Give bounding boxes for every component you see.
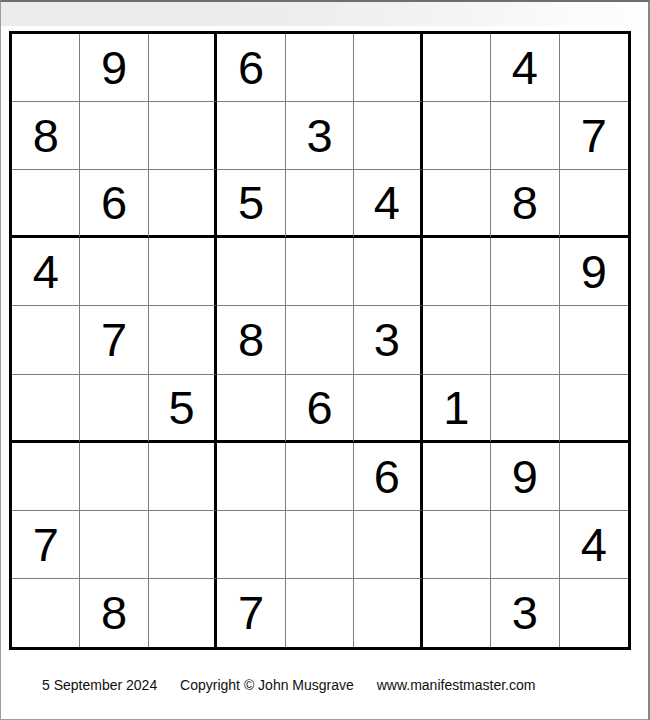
cell-r9c3 [149, 579, 217, 647]
cell-r6c9 [560, 375, 628, 443]
cell-r8c8 [491, 511, 559, 579]
cell-r7c3 [149, 443, 217, 511]
cell-r3c6: 4 [354, 170, 422, 238]
cell-r3c3 [149, 170, 217, 238]
cell-r1c8: 4 [491, 34, 559, 102]
cell-r8c2 [80, 511, 148, 579]
cell-r8c4 [217, 511, 285, 579]
cell-r9c7 [423, 579, 491, 647]
cell-r4c8 [491, 238, 559, 306]
cell-r8c5 [286, 511, 354, 579]
cell-r2c6 [354, 102, 422, 170]
cell-r7c4 [217, 443, 285, 511]
cell-r4c3 [149, 238, 217, 306]
cell-r7c9 [560, 443, 628, 511]
cell-r4c1: 4 [12, 238, 80, 306]
cell-r8c9: 4 [560, 511, 628, 579]
cell-r9c9 [560, 579, 628, 647]
cell-r1c2: 9 [80, 34, 148, 102]
cell-r7c7 [423, 443, 491, 511]
cell-r4c6 [354, 238, 422, 306]
cell-r5c5 [286, 306, 354, 374]
cell-r1c3 [149, 34, 217, 102]
footer-copyright: Copyright © John Musgrave [180, 677, 354, 693]
cell-r2c2 [80, 102, 148, 170]
cell-r7c1 [12, 443, 80, 511]
cell-r9c5 [286, 579, 354, 647]
cell-r4c9: 9 [560, 238, 628, 306]
cell-r1c1 [12, 34, 80, 102]
cell-r3c8: 8 [491, 170, 559, 238]
cell-r8c1: 7 [12, 511, 80, 579]
cell-r3c5 [286, 170, 354, 238]
cell-r7c8: 9 [491, 443, 559, 511]
cell-r4c7 [423, 238, 491, 306]
cell-r1c4: 6 [217, 34, 285, 102]
cell-r5c9 [560, 306, 628, 374]
cell-r3c9 [560, 170, 628, 238]
cell-r1c7 [423, 34, 491, 102]
cell-r1c5 [286, 34, 354, 102]
cell-r9c6 [354, 579, 422, 647]
footer-date: 5 September 2024 [42, 677, 157, 693]
footer: 5 September 2024 Copyright © John Musgra… [42, 677, 535, 693]
cell-r2c1: 8 [12, 102, 80, 170]
cell-r2c4 [217, 102, 285, 170]
footer-website: www.manifestmaster.com [377, 677, 536, 693]
cell-r6c8 [491, 375, 559, 443]
cell-r6c1 [12, 375, 80, 443]
cell-r5c1 [12, 306, 80, 374]
cell-r8c3 [149, 511, 217, 579]
cell-r1c9 [560, 34, 628, 102]
cell-r2c5: 3 [286, 102, 354, 170]
sudoku-board: 9648376548497835616974873 [9, 31, 631, 650]
cell-r5c7 [423, 306, 491, 374]
cell-r3c4: 5 [217, 170, 285, 238]
cell-r5c8 [491, 306, 559, 374]
cell-r6c3: 5 [149, 375, 217, 443]
cell-r4c4 [217, 238, 285, 306]
puzzle-page: 9648376548497835616974873 5 September 20… [0, 0, 650, 720]
cell-r9c1 [12, 579, 80, 647]
cell-r5c3 [149, 306, 217, 374]
cell-r5c4: 8 [217, 306, 285, 374]
cell-r7c2 [80, 443, 148, 511]
cell-r3c2: 6 [80, 170, 148, 238]
cell-r6c4 [217, 375, 285, 443]
cell-r2c9: 7 [560, 102, 628, 170]
cell-r2c7 [423, 102, 491, 170]
cell-r7c6: 6 [354, 443, 422, 511]
cell-r6c6 [354, 375, 422, 443]
cell-r8c6 [354, 511, 422, 579]
cell-r9c4: 7 [217, 579, 285, 647]
cell-r1c6 [354, 34, 422, 102]
cell-r4c2 [80, 238, 148, 306]
cell-r9c8: 3 [491, 579, 559, 647]
cell-r7c5 [286, 443, 354, 511]
top-bar [1, 2, 648, 26]
cell-r4c5 [286, 238, 354, 306]
cell-r6c5: 6 [286, 375, 354, 443]
cell-r6c7: 1 [423, 375, 491, 443]
cell-r5c6: 3 [354, 306, 422, 374]
cell-r3c7 [423, 170, 491, 238]
cell-r8c7 [423, 511, 491, 579]
cell-r3c1 [12, 170, 80, 238]
cell-r5c2: 7 [80, 306, 148, 374]
cell-r9c2: 8 [80, 579, 148, 647]
cell-r6c2 [80, 375, 148, 443]
cell-r2c8 [491, 102, 559, 170]
cell-r2c3 [149, 102, 217, 170]
